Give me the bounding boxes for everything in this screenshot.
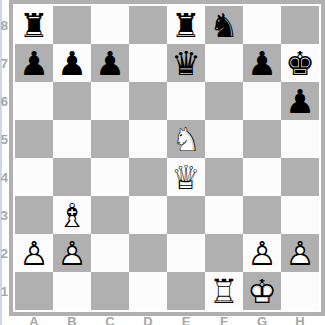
square-g1[interactable]: ♚♔: [243, 272, 281, 310]
piece-white-pawn-h2[interactable]: ♟♙: [281, 234, 319, 272]
square-e3[interactable]: [167, 196, 205, 234]
piece-black-king-h7[interactable]: ♚: [281, 44, 319, 82]
square-d8[interactable]: [129, 6, 167, 44]
file-label-e: E: [167, 314, 205, 325]
square-b3[interactable]: ♝♗: [53, 196, 91, 234]
square-a6[interactable]: [15, 82, 53, 120]
piece-black-pawn-b7[interactable]: ♟: [53, 44, 91, 82]
piece-white-bishop-b3[interactable]: ♝♗: [53, 196, 91, 234]
king-glyph-outline: ♔: [243, 273, 281, 311]
piece-black-rook-a8[interactable]: ♜: [15, 6, 53, 44]
square-a3[interactable]: [15, 196, 53, 234]
square-c5[interactable]: [91, 120, 129, 158]
piece-black-pawn-g7[interactable]: ♟: [243, 44, 281, 82]
queen-glyph-outline: ♕: [167, 159, 205, 197]
rank-label-6: 6: [0, 82, 8, 120]
file-label-h: H: [281, 314, 319, 325]
square-g3[interactable]: [243, 196, 281, 234]
square-a5[interactable]: [15, 120, 53, 158]
square-b1[interactable]: [53, 272, 91, 310]
square-e1[interactable]: [167, 272, 205, 310]
square-c8[interactable]: [91, 6, 129, 44]
square-b8[interactable]: [53, 6, 91, 44]
square-b6[interactable]: [53, 82, 91, 120]
file-label-g: G: [243, 314, 281, 325]
square-d7[interactable]: [129, 44, 167, 82]
piece-black-rook-e8[interactable]: ♜: [167, 6, 205, 44]
square-a8[interactable]: ♜: [15, 6, 53, 44]
square-e6[interactable]: [167, 82, 205, 120]
square-g8[interactable]: [243, 6, 281, 44]
square-h8[interactable]: [281, 6, 319, 44]
king-glyph: ♚: [281, 45, 319, 83]
square-a1[interactable]: [15, 272, 53, 310]
piece-black-knight-f8[interactable]: ♞: [205, 6, 243, 44]
square-d2[interactable]: [129, 234, 167, 272]
piece-white-pawn-a2[interactable]: ♟♙: [15, 234, 53, 272]
rank-label-5: 5: [0, 120, 8, 158]
square-h3[interactable]: [281, 196, 319, 234]
square-c3[interactable]: [91, 196, 129, 234]
pawn-glyph: ♟: [243, 45, 281, 83]
pawn-glyph: ♟: [281, 83, 319, 121]
piece-white-queen-e4[interactable]: ♛♕: [167, 158, 205, 196]
pawn-glyph-outline: ♙: [53, 235, 91, 273]
square-a4[interactable]: [15, 158, 53, 196]
file-label-a: A: [15, 314, 53, 325]
square-d3[interactable]: [129, 196, 167, 234]
square-c6[interactable]: [91, 82, 129, 120]
square-c4[interactable]: [91, 158, 129, 196]
square-h7[interactable]: ♚: [281, 44, 319, 82]
board-frame-inner: ♜♜♞♟♟♟♛♟♚♟♞♘♛♕♝♗♟♙♟♙♟♙♟♙♜♖♚♔: [13, 4, 321, 312]
square-f3[interactable]: [205, 196, 243, 234]
square-h4[interactable]: [281, 158, 319, 196]
square-c1[interactable]: [91, 272, 129, 310]
knight-glyph-outline: ♘: [167, 121, 205, 159]
square-d1[interactable]: [129, 272, 167, 310]
square-d4[interactable]: [129, 158, 167, 196]
pawn-glyph-outline: ♙: [15, 235, 53, 273]
chess-diagram: 87654321 ♜♜♞♟♟♟♛♟♚♟♞♘♛♕♝♗♟♙♟♙♟♙♟♙♜♖♚♔ AB…: [0, 0, 325, 325]
square-e7[interactable]: ♛: [167, 44, 205, 82]
square-f7[interactable]: [205, 44, 243, 82]
square-h1[interactable]: [281, 272, 319, 310]
square-f2[interactable]: [205, 234, 243, 272]
rank-label-8: 8: [0, 6, 8, 44]
piece-black-queen-e7[interactable]: ♛: [167, 44, 205, 82]
square-e5[interactable]: ♞♘: [167, 120, 205, 158]
rook-glyph: ♜: [15, 7, 53, 45]
square-b5[interactable]: [53, 120, 91, 158]
piece-black-pawn-c7[interactable]: ♟: [91, 44, 129, 82]
square-a7[interactable]: ♟: [15, 44, 53, 82]
file-label-d: D: [129, 314, 167, 325]
square-b2[interactable]: ♟♙: [53, 234, 91, 272]
piece-white-pawn-g2[interactable]: ♟♙: [243, 234, 281, 272]
rank-label-4: 4: [0, 158, 8, 196]
file-labels: ABCDEFGH: [15, 314, 319, 325]
square-b4[interactable]: [53, 158, 91, 196]
square-h5[interactable]: [281, 120, 319, 158]
square-d6[interactable]: [129, 82, 167, 120]
rank-label-7: 7: [0, 44, 8, 82]
square-e2[interactable]: [167, 234, 205, 272]
queen-glyph: ♛: [167, 45, 205, 83]
square-e4[interactable]: ♛♕: [167, 158, 205, 196]
pawn-glyph: ♟: [15, 45, 53, 83]
piece-white-rook-f1[interactable]: ♜♖: [205, 272, 243, 310]
square-f5[interactable]: [205, 120, 243, 158]
piece-white-king-g1[interactable]: ♚♔: [243, 272, 281, 310]
piece-black-pawn-a7[interactable]: ♟: [15, 44, 53, 82]
pawn-glyph-outline: ♙: [281, 235, 319, 273]
rook-glyph-outline: ♖: [205, 273, 243, 311]
square-f1[interactable]: ♜♖: [205, 272, 243, 310]
file-label-b: B: [53, 314, 91, 325]
rank-label-3: 3: [0, 196, 8, 234]
file-label-c: C: [91, 314, 129, 325]
rook-glyph: ♜: [167, 7, 205, 45]
file-label-f: F: [205, 314, 243, 325]
square-f4[interactable]: [205, 158, 243, 196]
square-c2[interactable]: [91, 234, 129, 272]
square-f6[interactable]: [205, 82, 243, 120]
square-g4[interactable]: [243, 158, 281, 196]
square-h6[interactable]: ♟: [281, 82, 319, 120]
square-d5[interactable]: [129, 120, 167, 158]
piece-white-pawn-b2[interactable]: ♟♙: [53, 234, 91, 272]
knight-glyph: ♞: [205, 7, 243, 45]
bishop-glyph-outline: ♗: [53, 197, 91, 235]
square-f8[interactable]: ♞: [205, 6, 243, 44]
rank-label-2: 2: [0, 234, 8, 272]
square-e8[interactable]: ♜: [167, 6, 205, 44]
board-frame: ♜♜♞♟♟♟♛♟♚♟♞♘♛♕♝♗♟♙♟♙♟♙♟♙♜♖♚♔: [9, 0, 325, 316]
square-g2[interactable]: ♟♙: [243, 234, 281, 272]
square-b7[interactable]: ♟: [53, 44, 91, 82]
square-c7[interactable]: ♟: [91, 44, 129, 82]
rank-labels: 87654321: [0, 6, 8, 310]
square-g7[interactable]: ♟: [243, 44, 281, 82]
square-a2[interactable]: ♟♙: [15, 234, 53, 272]
chess-board: ♜♜♞♟♟♟♛♟♚♟♞♘♛♕♝♗♟♙♟♙♟♙♟♙♜♖♚♔: [15, 6, 319, 310]
pawn-glyph: ♟: [53, 45, 91, 83]
rank-label-1: 1: [0, 272, 8, 310]
pawn-glyph: ♟: [91, 45, 129, 83]
piece-black-pawn-h6[interactable]: ♟: [281, 82, 319, 120]
pawn-glyph-outline: ♙: [243, 235, 281, 273]
square-h2[interactable]: ♟♙: [281, 234, 319, 272]
square-g6[interactable]: [243, 82, 281, 120]
square-g5[interactable]: [243, 120, 281, 158]
piece-white-knight-e5[interactable]: ♞♘: [167, 120, 205, 158]
